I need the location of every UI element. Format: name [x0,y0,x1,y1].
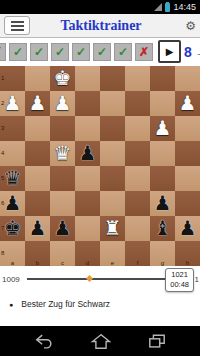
file-label-g: g [161,260,164,266]
file-label-h: h [186,260,189,266]
android-nav-bar [0,326,200,356]
rating-tooltip-time: 00:48 [170,280,189,290]
square-f4[interactable] [125,141,150,166]
square-d5[interactable] [75,166,100,191]
results-toolbar: ✗✓✓✓✓✓✓✗ ▶ 8 → [0,38,200,65]
square-g2[interactable] [150,91,175,116]
square-f3[interactable] [125,116,150,141]
square-f6[interactable] [125,191,150,216]
next-arrow-icon[interactable]: → [195,44,200,60]
rating-tooltip-value: 1021 [170,270,189,280]
bullet-icon: ● [9,301,13,308]
square-b1[interactable] [25,66,50,91]
square-d7[interactable] [75,216,100,241]
square-e1[interactable] [100,66,125,91]
square-g1[interactable] [150,66,175,91]
square-f1[interactable] [125,66,150,91]
rating-right-label-partial: 1 [195,275,199,284]
back-button[interactable] [34,333,54,350]
file-label-a: a [11,260,14,266]
square-c2[interactable]: ♟ [50,91,75,116]
check-icon: ✓ [118,46,128,58]
square-a6[interactable]: 6♟ [0,191,25,216]
piece-white-pawn: ♟ [179,93,197,113]
square-g3[interactable]: ♟ [150,116,175,141]
square-f7[interactable] [125,216,150,241]
square-c1[interactable]: ♚ [50,66,75,91]
square-a2[interactable]: 2♟ [0,91,25,116]
status-clock: 14:45 [173,3,196,12]
square-e2[interactable] [100,91,125,116]
rating-slider-row: 1009 1 1021 00:48 [0,268,200,295]
file-label-b: b [36,260,39,266]
rating-min-label: 1009 [2,275,20,284]
square-e5[interactable] [100,166,125,191]
square-d2[interactable] [75,91,100,116]
page-title: Taktiktrainer [30,18,172,34]
piece-white-queen: ♛ [54,143,72,163]
hamburger-menu-button[interactable] [4,16,30,35]
square-d4[interactable]: ♟ [75,141,100,166]
result-pass-box[interactable]: ✓ [9,43,27,61]
check-icon: ✓ [97,46,107,58]
result-fail-box[interactable]: ✗ [0,43,6,61]
square-f8[interactable]: f [125,241,150,266]
square-a3[interactable]: 3 [0,116,25,141]
square-g5[interactable] [150,166,175,191]
square-a4[interactable]: 4 [0,141,25,166]
file-label-e: e [111,260,114,266]
square-b4[interactable] [25,141,50,166]
piece-black-pawn: ♟ [54,218,72,238]
square-a5[interactable]: 5♛ [0,166,25,191]
check-icon: ✓ [13,46,23,58]
piece-black-pawn: ♟ [29,218,47,238]
puzzle-counter: 8 [184,44,192,60]
hint-row: ● Bester Zug für Schwarz [0,295,200,309]
piece-white-pawn: ♟ [29,93,47,113]
piece-white-pawn: ♟ [54,93,72,113]
piece-white-pawn: ♟ [154,118,172,138]
home-button[interactable] [90,333,112,350]
square-h3[interactable] [175,116,200,141]
square-g6[interactable]: ♟ [150,191,175,216]
square-c5[interactable] [50,166,75,191]
battery-icon [165,3,170,12]
piece-black-bishop: ♝ [154,218,172,238]
puzzle-counter-wrap[interactable]: 8 → [184,44,200,60]
check-icon: ✓ [34,46,44,58]
piece-black-pawn: ♟ [4,193,22,213]
app-window: 14:45 Taktiktrainer ⚙ ✗✓✓✓✓✓✓✗ ▶ 8 → 1♚2… [0,0,200,356]
square-b3[interactable] [25,116,50,141]
file-label-c: c [61,260,64,266]
square-h4[interactable] [175,141,200,166]
square-e7[interactable]: ♜ [100,216,125,241]
rank-label-8: 8 [1,250,4,256]
results-strip: ✗✓✓✓✓✓✓✗ [2,43,153,61]
rank-label-3: 3 [1,125,4,131]
play-button[interactable]: ▶ [158,40,181,63]
result-pass-box[interactable]: ✓ [72,43,90,61]
piece-black-queen: ♛ [4,168,22,188]
square-b6[interactable] [25,191,50,216]
square-e4[interactable] [100,141,125,166]
piece-white-king: ♚ [54,68,72,88]
signal-icon [154,3,162,11]
piece-black-pawn: ♟ [179,218,197,238]
square-e8[interactable]: e [100,241,125,266]
square-c3[interactable] [50,116,75,141]
file-label-d: d [86,260,89,266]
square-d3[interactable] [75,116,100,141]
piece-black-pawn: ♟ [154,193,172,213]
square-c7[interactable]: ♟ [50,216,75,241]
square-h6[interactable] [175,191,200,216]
result-pass-box[interactable]: ✓ [93,43,111,61]
result-fail-box[interactable]: ✗ [135,43,153,61]
square-g7[interactable]: ♝ [150,216,175,241]
square-a8[interactable]: 8a [0,241,25,266]
square-c8[interactable]: c [50,241,75,266]
square-g4[interactable] [150,141,175,166]
recents-button[interactable] [148,333,166,350]
square-f5[interactable] [125,166,150,191]
title-bar: Taktiktrainer ⚙ [0,14,200,38]
square-a1[interactable]: 1 [0,66,25,91]
piece-white-pawn: ♟ [4,93,22,113]
piece-black-king: ♚ [4,218,22,238]
square-h1[interactable] [175,66,200,91]
rank-label-4: 4 [1,150,4,156]
square-f2[interactable] [125,91,150,116]
piece-white-rook: ♜ [104,218,122,238]
file-label-f: f [137,260,139,266]
rating-slider-track[interactable] [27,278,184,280]
square-h7[interactable]: ♟ [175,216,200,241]
square-e6[interactable] [100,191,125,216]
rating-tooltip: 1021 00:48 [165,268,194,292]
square-a7[interactable]: 7♚ [0,216,25,241]
result-pass-box[interactable]: ✓ [30,43,48,61]
square-h2[interactable]: ♟ [175,91,200,116]
check-icon: ✓ [76,46,86,58]
square-c6[interactable] [50,191,75,216]
square-h5[interactable] [175,166,200,191]
hint-text: Bester Zug für Schwarz [21,299,110,309]
square-h8[interactable]: h [175,241,200,266]
cross-icon: ✗ [0,46,2,58]
chess-board[interactable]: 1♚2♟♟♟♟3♟4♛♟5♛6♟♟7♚♟♟♜♝♟8abcdefgh [0,66,200,266]
check-icon: ✓ [55,46,65,58]
settings-gear-icon[interactable]: ⚙ [172,19,196,33]
square-d8[interactable]: d [75,241,100,266]
square-d6[interactable] [75,191,100,216]
rating-slider-marker[interactable] [86,275,93,282]
square-e3[interactable] [100,116,125,141]
square-c4[interactable]: ♛ [50,141,75,166]
square-b5[interactable] [25,166,50,191]
square-g8[interactable]: g [150,241,175,266]
square-b7[interactable]: ♟ [25,216,50,241]
square-b8[interactable]: b [25,241,50,266]
square-d1[interactable] [75,66,100,91]
rank-label-1: 1 [1,75,4,81]
status-bar: 14:45 [0,0,200,14]
result-pass-box[interactable]: ✓ [51,43,69,61]
result-pass-box[interactable]: ✓ [114,43,132,61]
cross-icon: ✗ [139,46,149,58]
piece-black-pawn: ♟ [79,143,97,163]
square-b2[interactable]: ♟ [25,91,50,116]
